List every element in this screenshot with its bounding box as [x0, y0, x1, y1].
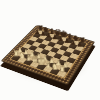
carved-board-frame: ♜♞♝♛♚♝♞♜♟♟♟♟♟♟♟♟♟♟♟♟♟♟♟♟♜♞♝♛♚♝♞♜	[1, 25, 95, 85]
piece-white-rook[interactable]: ♜	[55, 66, 68, 75]
perspective-wrapper: ♜♞♝♛♚♝♞♜♟♟♟♟♟♟♟♟♟♟♟♟♟♟♟♟♜♞♝♛♚♝♞♜	[0, 0, 100, 100]
product-photo-stage: ♜♞♝♛♚♝♞♜♟♟♟♟♟♟♟♟♟♟♟♟♟♟♟♟♜♞♝♛♚♝♞♜	[0, 0, 100, 100]
chess-board: ♜♞♝♛♚♝♞♜♟♟♟♟♟♟♟♟♟♟♟♟♟♟♟♟♜♞♝♛♚♝♞♜	[1, 25, 95, 85]
square-h1[interactable]: ♜	[57, 70, 67, 77]
square-e5[interactable]	[50, 47, 59, 53]
piece-black-pawn[interactable]: ♟	[73, 42, 85, 49]
